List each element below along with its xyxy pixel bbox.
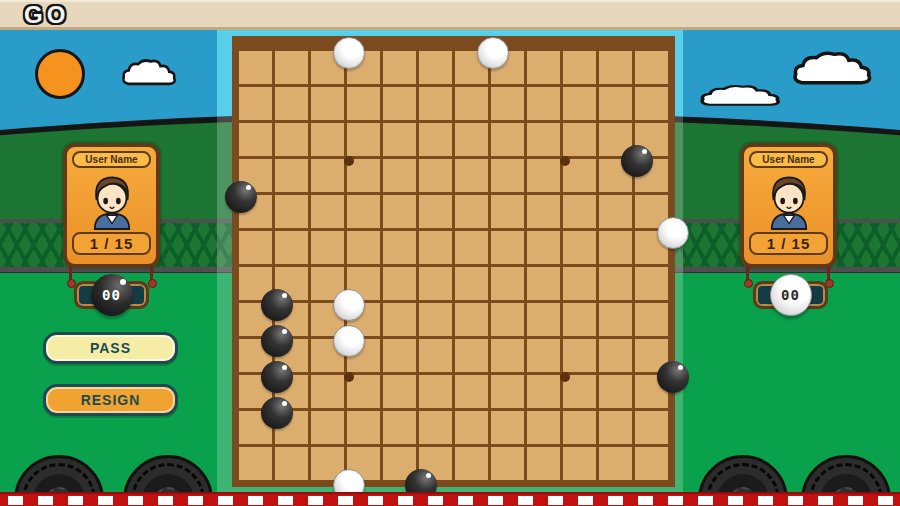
black-stone (225, 181, 257, 213)
timer-stone-black: 00 (91, 274, 133, 316)
board-cell (491, 339, 524, 372)
board-cell (311, 159, 344, 192)
board-cell (563, 123, 596, 156)
board-cell (419, 303, 452, 336)
cloud-icon (122, 58, 184, 88)
board-cell (563, 303, 596, 336)
board-cell (491, 195, 524, 228)
player-card-right: User Name 1 / 15 (740, 143, 837, 268)
board-cell (527, 123, 560, 156)
footer-stripe (0, 492, 900, 506)
board-cell (383, 195, 416, 228)
board-cell (239, 51, 272, 84)
board-cell (599, 303, 632, 336)
board-cell (347, 231, 380, 264)
board-cell (419, 87, 452, 120)
black-stone (261, 289, 293, 321)
board-cell (383, 231, 416, 264)
board-cell (527, 231, 560, 264)
board-cell (419, 231, 452, 264)
board-cell (311, 411, 344, 444)
board-cell (491, 267, 524, 300)
board-cell (491, 87, 524, 120)
board-cell (419, 411, 452, 444)
board-cell (383, 123, 416, 156)
board-cell (455, 411, 488, 444)
board-cell (455, 123, 488, 156)
board-cell (311, 87, 344, 120)
board-cell (383, 267, 416, 300)
board-cell (419, 195, 452, 228)
player-name: User Name (762, 154, 814, 165)
chain (150, 266, 153, 284)
chain (746, 266, 749, 284)
board-cell (383, 339, 416, 372)
timer-value: 00 (102, 287, 121, 303)
board-cell (311, 231, 344, 264)
white-stone (333, 325, 365, 357)
avatar-icon (760, 169, 818, 231)
avatar-icon (83, 169, 141, 231)
board-cell (455, 339, 488, 372)
white-stone (657, 217, 689, 249)
pass-button[interactable]: PASS (43, 332, 178, 364)
board-cell (275, 123, 308, 156)
black-stone (621, 145, 653, 177)
player-score: 1 / 15 (72, 232, 151, 255)
board-cell (527, 51, 560, 84)
top-bar: GO (0, 0, 900, 30)
board-cell (491, 447, 524, 480)
board-cell (239, 231, 272, 264)
star-point (344, 156, 354, 166)
board-cell (527, 303, 560, 336)
board-grid (236, 48, 671, 483)
board-cell (455, 159, 488, 192)
board-cell (275, 231, 308, 264)
board-cell (311, 375, 344, 408)
board-cell (599, 267, 632, 300)
board-cell (491, 303, 524, 336)
player-name: User Name (85, 154, 137, 165)
board-cell (527, 159, 560, 192)
board-cell (275, 159, 308, 192)
board-cell (563, 51, 596, 84)
board-cell (599, 87, 632, 120)
board-cell (563, 411, 596, 444)
board-cell (599, 447, 632, 480)
board-cell (491, 159, 524, 192)
board-cell (275, 447, 308, 480)
go-board[interactable] (232, 36, 675, 487)
board-cell (491, 123, 524, 156)
player-score: 1 / 15 (749, 232, 828, 255)
board-cell (527, 195, 560, 228)
star-point (344, 372, 354, 382)
white-stone (477, 37, 509, 69)
board-cell (275, 51, 308, 84)
board-cell (455, 267, 488, 300)
board-cell (455, 231, 488, 264)
board-cell (563, 195, 596, 228)
star-point (560, 372, 570, 382)
board-cell (491, 375, 524, 408)
board-cell (455, 375, 488, 408)
player-name-banner: User Name (749, 151, 828, 168)
board-cell (239, 447, 272, 480)
board-cell (347, 195, 380, 228)
white-stone (333, 289, 365, 321)
player-card-left: User Name 1 / 15 (63, 143, 160, 268)
board-cell (347, 87, 380, 120)
board-cell (635, 303, 668, 336)
timer-right: 00 (753, 281, 828, 309)
board-cell (383, 87, 416, 120)
player-name-banner: User Name (72, 151, 151, 168)
score-value: 1 / 15 (767, 235, 811, 252)
go-logo: GO (24, 3, 69, 27)
board-cell (635, 447, 668, 480)
black-stone (261, 397, 293, 429)
board-cell (383, 51, 416, 84)
board-cell (419, 267, 452, 300)
board-cell (239, 123, 272, 156)
board-cell (383, 303, 416, 336)
board-cell (347, 123, 380, 156)
board-cell (563, 231, 596, 264)
board-cell (455, 447, 488, 480)
board-cell (419, 123, 452, 156)
board-cell (563, 87, 596, 120)
board-cell (311, 123, 344, 156)
board-cell (563, 267, 596, 300)
board-cell (419, 339, 452, 372)
player-avatar (744, 169, 833, 232)
board-cell (527, 411, 560, 444)
board-cell (599, 411, 632, 444)
board-cell (455, 195, 488, 228)
board-cell (527, 375, 560, 408)
resign-button[interactable]: RESIGN (43, 384, 178, 416)
board-cell (599, 51, 632, 84)
board-cell (563, 447, 596, 480)
board-cell (383, 159, 416, 192)
star-point (560, 156, 570, 166)
board-cell (491, 231, 524, 264)
score-value: 1 / 15 (90, 235, 134, 252)
board-cell (599, 375, 632, 408)
board-cell (635, 51, 668, 84)
board-cell (635, 267, 668, 300)
board-cell (527, 267, 560, 300)
board-cell (455, 303, 488, 336)
board-cell (527, 339, 560, 372)
board-cell (419, 375, 452, 408)
cloud-icon (793, 50, 883, 88)
board-cell (563, 339, 596, 372)
timer-stone-white: 00 (770, 274, 812, 316)
board-cell (455, 87, 488, 120)
board-cell (347, 411, 380, 444)
cloud-icon (700, 84, 792, 108)
sun-icon (35, 49, 85, 99)
board-cell (383, 375, 416, 408)
board-cell (275, 87, 308, 120)
player-avatar (67, 169, 156, 232)
timer-value: 00 (781, 287, 800, 303)
white-stone (333, 37, 365, 69)
black-stone (261, 361, 293, 393)
timer-left: 00 (74, 281, 149, 309)
board-cell (599, 231, 632, 264)
board-cell (383, 411, 416, 444)
black-stone (657, 361, 689, 393)
board-cell (527, 447, 560, 480)
board-cell (635, 411, 668, 444)
black-stone (261, 325, 293, 357)
board-cell (599, 195, 632, 228)
board-cell (527, 87, 560, 120)
board-cell (419, 159, 452, 192)
board-cell (635, 87, 668, 120)
board-cell (491, 411, 524, 444)
game-screen: User Name 1 / 15 00 User Name (0, 0, 900, 506)
chain (827, 266, 830, 284)
board-cell (419, 51, 452, 84)
board-cell (275, 195, 308, 228)
board-cell (599, 339, 632, 372)
chain (69, 266, 72, 284)
board-cell (311, 195, 344, 228)
board-cell (239, 87, 272, 120)
